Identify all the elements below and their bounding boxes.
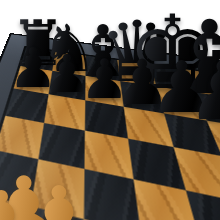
piece-white-pawn-c2[interactable]: ♟ [17, 175, 100, 220]
piece-black-pawn-f7[interactable]: ♟ [187, 51, 220, 132]
pieces-layer: ♜♞♝♛♚♝♞♜♟♟♟♟♟♟♟♟♟♟♟♟♟♟♟♜♞♝ [0, 0, 220, 220]
chess-set-product-photo: ♜♞♝♛♚♝♞♜♟♟♟♟♟♟♟♟♟♟♟♟♟♟♟♜♞♝ [0, 0, 220, 220]
